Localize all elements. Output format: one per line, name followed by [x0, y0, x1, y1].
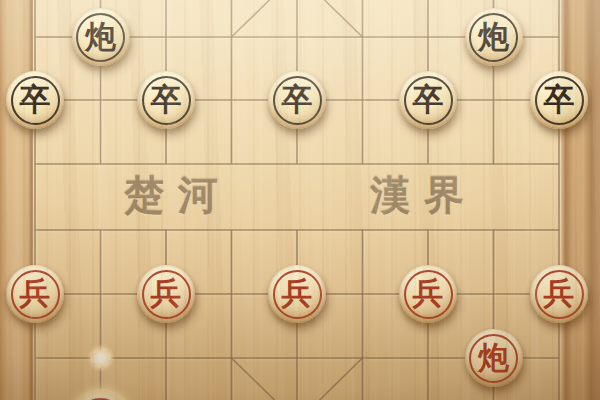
piece-black-pawn[interactable]: 卒 — [137, 71, 195, 129]
piece-glyph: 兵 — [151, 278, 182, 309]
piece-glyph: 卒 — [151, 84, 182, 115]
piece-red-pawn[interactable]: 兵 — [6, 265, 64, 323]
piece-glyph: 卒 — [413, 84, 444, 115]
piece-glyph: 炮 — [85, 21, 116, 52]
piece-red-pawn[interactable]: 兵 — [530, 265, 588, 323]
piece-red-pawn[interactable]: 兵 — [268, 265, 326, 323]
piece-glyph: 卒 — [282, 84, 313, 115]
river-label-chu-he: 楚河 — [110, 168, 232, 223]
move-hint-marker[interactable] — [85, 342, 117, 374]
piece-glyph: 兵 — [544, 278, 575, 309]
piece-glyph: 卒 — [544, 84, 575, 115]
piece-glyph: 兵 — [20, 278, 51, 309]
river-label-han-jie: 漢界 — [356, 168, 478, 223]
piece-red-pawn[interactable]: 兵 — [399, 265, 457, 323]
piece-black-cannon[interactable]: 炮 — [72, 8, 130, 66]
piece-glyph: 卒 — [20, 84, 51, 115]
piece-black-cannon[interactable]: 炮 — [465, 8, 523, 66]
piece-glyph: 兵 — [282, 278, 313, 309]
piece-glyph: 炮 — [478, 21, 509, 52]
piece-glyph: 兵 — [413, 278, 444, 309]
piece-glyph: 炮 — [478, 342, 509, 373]
piece-black-pawn[interactable]: 卒 — [399, 71, 457, 129]
piece-black-pawn[interactable]: 卒 — [268, 71, 326, 129]
piece-red-cannon[interactable]: 炮 — [465, 329, 523, 387]
xiangqi-board: 楚河 漢界 炮炮卒卒卒卒卒兵兵兵兵兵炮炮 — [0, 0, 600, 400]
piece-red-pawn[interactable]: 兵 — [137, 265, 195, 323]
piece-black-pawn[interactable]: 卒 — [530, 71, 588, 129]
piece-black-pawn[interactable]: 卒 — [6, 71, 64, 129]
